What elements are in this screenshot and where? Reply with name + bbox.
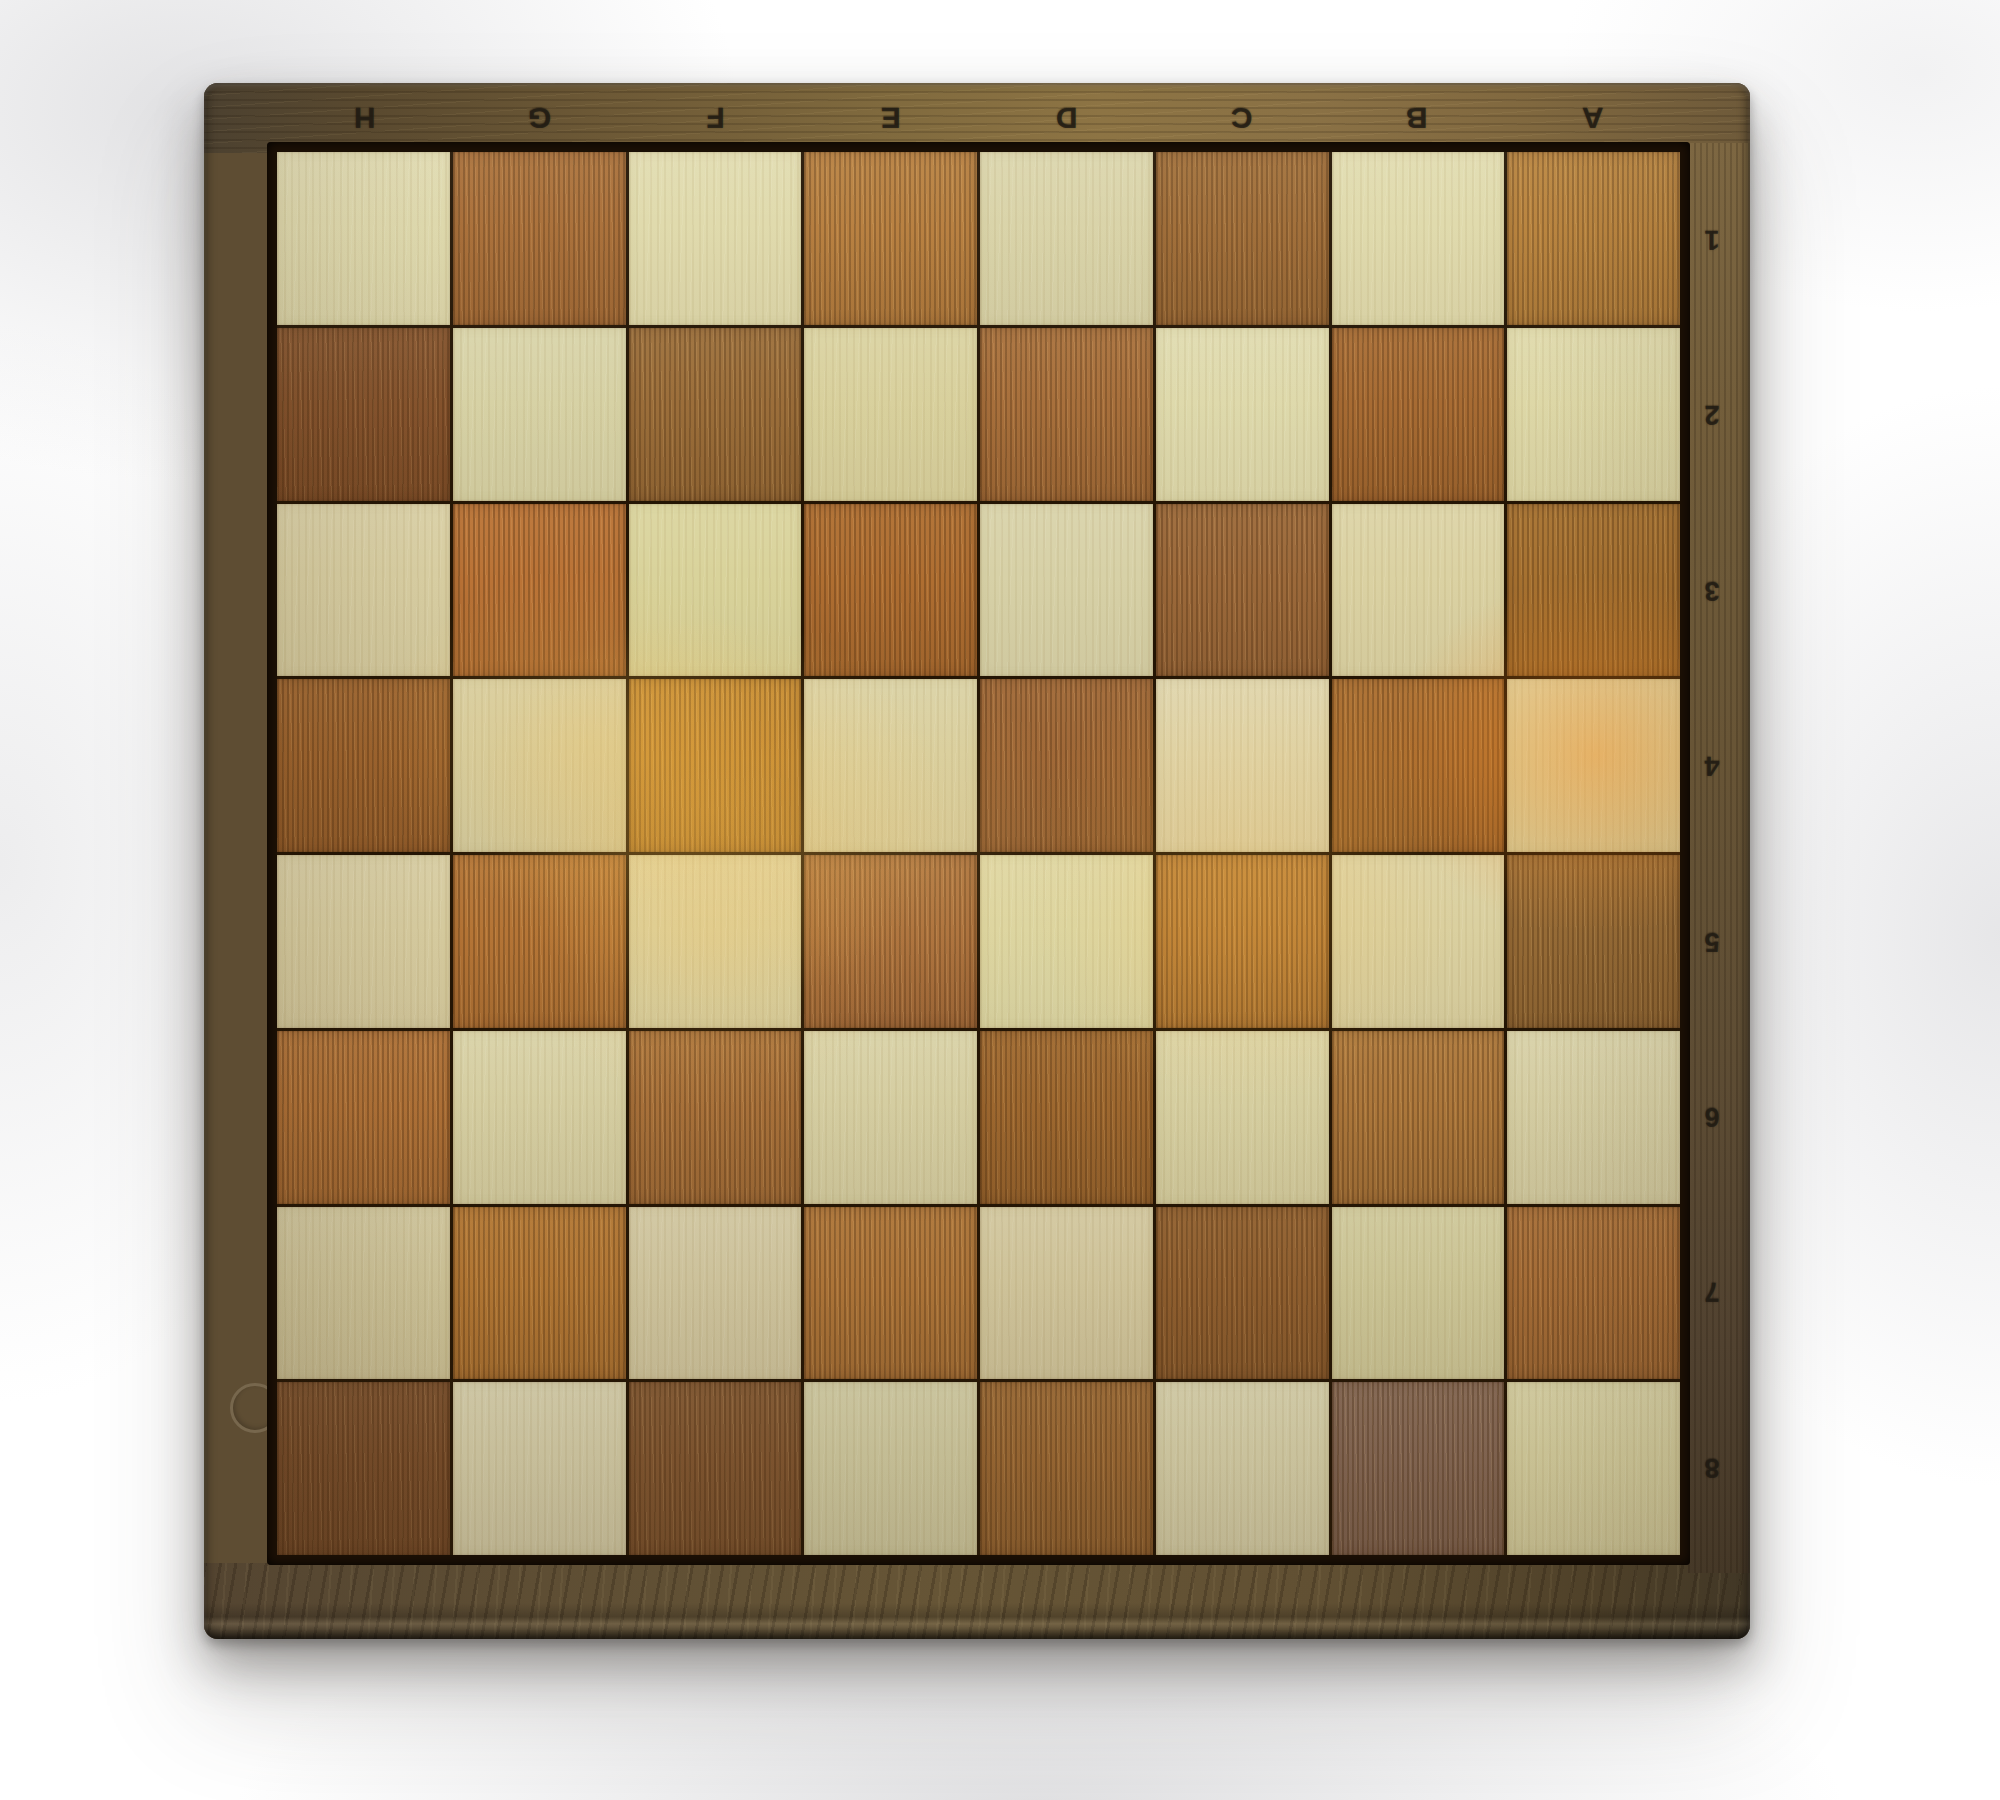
square-d4[interactable] (980, 679, 1153, 852)
frame-left-rail (204, 143, 268, 1573)
rank-labels: 12345678 (1690, 152, 1734, 1555)
square-h1[interactable] (277, 152, 450, 325)
chess-board: HGFEDCBA 12345678 (204, 83, 1750, 1639)
square-e5[interactable] (804, 855, 977, 1028)
square-e3[interactable] (804, 504, 977, 677)
square-b5[interactable] (1332, 855, 1505, 1028)
square-d8[interactable] (980, 1382, 1153, 1555)
square-b2[interactable] (1332, 328, 1505, 501)
square-c1[interactable] (1156, 152, 1329, 325)
square-c5[interactable] (1156, 855, 1329, 1028)
rank-label-1: 1 (1690, 152, 1734, 327)
square-h2[interactable] (277, 328, 450, 501)
square-g6[interactable] (453, 1031, 626, 1204)
file-label-a: A (1505, 95, 1680, 141)
square-b3[interactable] (1332, 504, 1505, 677)
square-a7[interactable] (1507, 1207, 1680, 1380)
square-a4[interactable] (1507, 679, 1680, 852)
rank-label-2: 2 (1690, 327, 1734, 502)
square-f4[interactable] (629, 679, 802, 852)
square-h4[interactable] (277, 679, 450, 852)
file-label-h: H (277, 95, 452, 141)
square-c8[interactable] (1156, 1382, 1329, 1555)
square-f5[interactable] (629, 855, 802, 1028)
frame-bottom-rail (204, 1563, 1750, 1639)
square-h5[interactable] (277, 855, 450, 1028)
square-b7[interactable] (1332, 1207, 1505, 1380)
square-a1[interactable] (1507, 152, 1680, 325)
square-f6[interactable] (629, 1031, 802, 1204)
square-g8[interactable] (453, 1382, 626, 1555)
product-photo-background: HGFEDCBA 12345678 (0, 0, 2000, 1800)
file-label-d: D (979, 95, 1154, 141)
square-g7[interactable] (453, 1207, 626, 1380)
square-b4[interactable] (1332, 679, 1505, 852)
square-a5[interactable] (1507, 855, 1680, 1028)
file-label-c: C (1154, 95, 1329, 141)
rank-label-8: 8 (1690, 1380, 1734, 1555)
square-e4[interactable] (804, 679, 977, 852)
file-label-b: B (1329, 95, 1504, 141)
file-labels: HGFEDCBA (277, 95, 1680, 141)
square-f8[interactable] (629, 1382, 802, 1555)
square-d2[interactable] (980, 328, 1153, 501)
square-d1[interactable] (980, 152, 1153, 325)
square-h7[interactable] (277, 1207, 450, 1380)
square-g3[interactable] (453, 504, 626, 677)
square-h8[interactable] (277, 1382, 450, 1555)
square-e8[interactable] (804, 1382, 977, 1555)
square-e2[interactable] (804, 328, 977, 501)
square-e6[interactable] (804, 1031, 977, 1204)
board-well (267, 142, 1690, 1565)
square-d6[interactable] (980, 1031, 1153, 1204)
square-d7[interactable] (980, 1207, 1153, 1380)
file-label-f: F (628, 95, 803, 141)
square-g5[interactable] (453, 855, 626, 1028)
square-g2[interactable] (453, 328, 626, 501)
file-label-e: E (803, 95, 978, 141)
file-label-g: G (452, 95, 627, 141)
square-e7[interactable] (804, 1207, 977, 1380)
square-h6[interactable] (277, 1031, 450, 1204)
square-g4[interactable] (453, 679, 626, 852)
square-c4[interactable] (1156, 679, 1329, 852)
square-a8[interactable] (1507, 1382, 1680, 1555)
square-c6[interactable] (1156, 1031, 1329, 1204)
square-f2[interactable] (629, 328, 802, 501)
square-b1[interactable] (1332, 152, 1505, 325)
rank-label-5: 5 (1690, 854, 1734, 1029)
square-g1[interactable] (453, 152, 626, 325)
square-c3[interactable] (1156, 504, 1329, 677)
square-c2[interactable] (1156, 328, 1329, 501)
square-a2[interactable] (1507, 328, 1680, 501)
square-d5[interactable] (980, 855, 1153, 1028)
square-d3[interactable] (980, 504, 1153, 677)
square-f1[interactable] (629, 152, 802, 325)
rank-label-6: 6 (1690, 1029, 1734, 1204)
square-f7[interactable] (629, 1207, 802, 1380)
square-b6[interactable] (1332, 1031, 1505, 1204)
rank-label-3: 3 (1690, 503, 1734, 678)
square-b8[interactable] (1332, 1382, 1505, 1555)
square-c7[interactable] (1156, 1207, 1329, 1380)
board-grid (277, 152, 1680, 1555)
square-h3[interactable] (277, 504, 450, 677)
rank-label-7: 7 (1690, 1204, 1734, 1379)
square-a6[interactable] (1507, 1031, 1680, 1204)
rank-label-4: 4 (1690, 678, 1734, 853)
square-e1[interactable] (804, 152, 977, 325)
square-f3[interactable] (629, 504, 802, 677)
square-a3[interactable] (1507, 504, 1680, 677)
